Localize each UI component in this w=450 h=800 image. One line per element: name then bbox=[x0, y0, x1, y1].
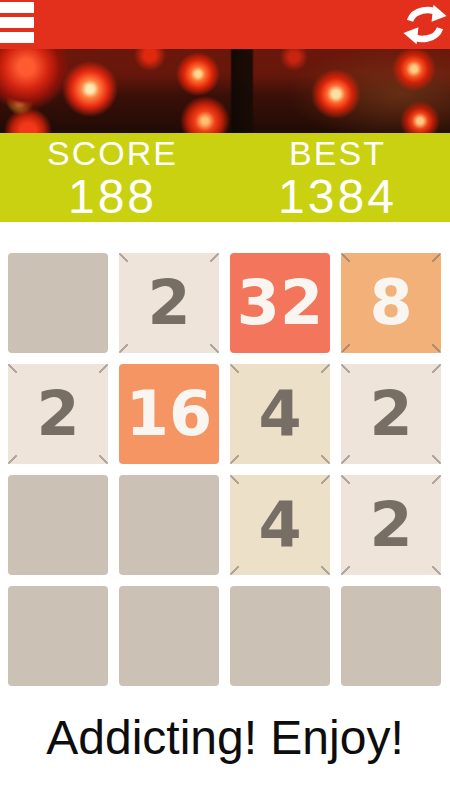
tile-corner-mark bbox=[8, 455, 17, 464]
tile-corner-mark bbox=[230, 364, 239, 373]
tile-corner-mark bbox=[432, 475, 441, 484]
tile-corner-mark bbox=[341, 253, 350, 262]
tile-corner-mark bbox=[321, 364, 330, 373]
tile-value: 4 bbox=[258, 383, 301, 445]
best-label: BEST bbox=[289, 136, 386, 170]
tile-corner-mark bbox=[432, 566, 441, 575]
menu-button[interactable] bbox=[0, 2, 40, 46]
footer-caption: Addicting! Enjoy! bbox=[0, 710, 450, 766]
tile-2: 2 bbox=[119, 253, 219, 353]
tile-corner-mark bbox=[341, 344, 350, 353]
empty-cell bbox=[8, 475, 108, 575]
tile-2: 2 bbox=[341, 475, 441, 575]
tile-4: 4 bbox=[230, 364, 330, 464]
tile-corner-mark bbox=[119, 344, 128, 353]
tile-2: 2 bbox=[8, 364, 108, 464]
tile-value: 32 bbox=[237, 272, 323, 334]
tile-corner-mark bbox=[432, 455, 441, 464]
empty-cell bbox=[8, 586, 108, 686]
empty-cell bbox=[341, 586, 441, 686]
tile-value: 8 bbox=[369, 272, 412, 334]
tile-value: 16 bbox=[126, 383, 212, 445]
score-label: SCORE bbox=[47, 136, 178, 170]
tile-corner-mark bbox=[230, 455, 239, 464]
empty-cell bbox=[119, 475, 219, 575]
tile-corner-mark bbox=[341, 455, 350, 464]
game-board[interactable]: 23282164242 bbox=[8, 253, 441, 686]
tile-corner-mark bbox=[99, 364, 108, 373]
tile-corner-mark bbox=[341, 475, 350, 484]
tile-4: 4 bbox=[230, 475, 330, 575]
restart-sync-icon bbox=[402, 2, 448, 47]
tile-value: 2 bbox=[369, 494, 412, 556]
top-bar bbox=[0, 0, 450, 49]
score-bar: SCORE 188 BEST 1384 bbox=[0, 133, 450, 222]
tile-corner-mark bbox=[210, 344, 219, 353]
tile-corner-mark bbox=[8, 364, 17, 373]
tile-32: 32 bbox=[230, 253, 330, 353]
tile-value: 4 bbox=[258, 494, 301, 556]
empty-cell bbox=[230, 586, 330, 686]
tile-corner-mark bbox=[230, 475, 239, 484]
tile-corner-mark bbox=[321, 455, 330, 464]
lantern-photo-banner bbox=[0, 49, 450, 133]
app-screen: SCORE 188 BEST 1384 23282164242 Addictin… bbox=[0, 0, 450, 800]
tile-corner-mark bbox=[119, 253, 128, 262]
tile-corner-mark bbox=[432, 253, 441, 262]
tile-corner-mark bbox=[432, 344, 441, 353]
empty-cell bbox=[8, 253, 108, 353]
score-value: 188 bbox=[68, 173, 157, 221]
tile-corner-mark bbox=[210, 253, 219, 262]
best-panel: BEST 1384 bbox=[225, 133, 450, 222]
restart-button[interactable] bbox=[402, 2, 448, 47]
tile-corner-mark bbox=[432, 364, 441, 373]
hamburger-menu-icon bbox=[0, 2, 40, 43]
tile-corner-mark bbox=[341, 364, 350, 373]
tile-corner-mark bbox=[321, 475, 330, 484]
empty-cell bbox=[119, 586, 219, 686]
tile-value: 2 bbox=[147, 272, 190, 334]
tile-corner-mark bbox=[230, 566, 239, 575]
score-panel: SCORE 188 bbox=[0, 133, 225, 222]
tile-16: 16 bbox=[119, 364, 219, 464]
tile-2: 2 bbox=[341, 364, 441, 464]
best-value: 1384 bbox=[278, 173, 397, 221]
tile-corner-mark bbox=[321, 566, 330, 575]
tile-8: 8 bbox=[341, 253, 441, 353]
tile-value: 2 bbox=[369, 383, 412, 445]
tile-corner-mark bbox=[341, 566, 350, 575]
tile-value: 2 bbox=[36, 383, 79, 445]
tile-corner-mark bbox=[99, 455, 108, 464]
